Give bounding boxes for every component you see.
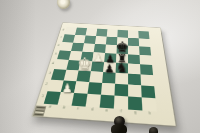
square-c4: ♚ [79,61,93,72]
square-h5 [140,55,153,65]
rank-label-8: 8 [60,29,66,31]
square-d2 [87,82,102,95]
square-d3 [89,71,103,83]
file-label-c: c [71,107,86,112]
file-label-a: a [42,105,57,110]
captured-black-piece-bottom-right[interactable] [149,127,158,133]
file-label-h: h [142,112,157,117]
square-e1 [100,95,115,109]
board-border: ♚♟♟♜♚♟♞♟ 87654321abcdefgh [33,23,176,126]
square-h2 [141,85,155,98]
chessboard: ♚♟♟♜♚♟♞♟ [44,27,157,111]
captured-black-piece-bottom-body [111,124,127,133]
square-g1 [128,96,142,110]
piece-black-knight-f4[interactable]: ♞ [116,61,128,74]
piece-white-pawn-d5[interactable]: ♟ [93,52,103,63]
square-e2 [101,83,115,96]
piece-white-king-c4[interactable]: ♚ [78,56,92,72]
piece-white-pawn-b2[interactable]: ♟ [62,82,73,94]
square-g4 [128,64,141,75]
square-f2 [114,84,128,97]
square-g3 [128,74,141,86]
photo-background: ♚♟♟♜♚♟♞♟ 87654321abcdefgh [0,0,200,133]
piece-black-pawn-e4[interactable]: ♟ [104,62,114,73]
file-label-b: b [56,106,71,111]
rank-label-5: 5 [52,53,59,56]
rank-label-7: 7 [58,37,64,40]
square-h1 [142,97,157,111]
square-f4: ♞ [116,63,128,74]
chessboard-3d-wrap: ♚♟♟♜♚♟♞♟ 87654321abcdefgh [33,23,176,126]
square-b2: ♟ [61,80,77,92]
file-label-g: g [128,111,143,116]
file-label-d: d [85,108,100,113]
square-c2 [74,81,89,94]
file-label-e: e [99,109,114,114]
captured-white-piece-top[interactable] [57,0,70,9]
square-f1 [114,96,128,110]
square-h4 [140,64,153,75]
square-h3 [141,74,155,86]
square-e4: ♟ [103,62,116,73]
file-label-f: f [114,110,128,115]
square-g2 [128,85,142,98]
square-d1 [86,94,101,108]
square-a4 [54,59,69,69]
square-d5: ♟ [92,52,105,62]
